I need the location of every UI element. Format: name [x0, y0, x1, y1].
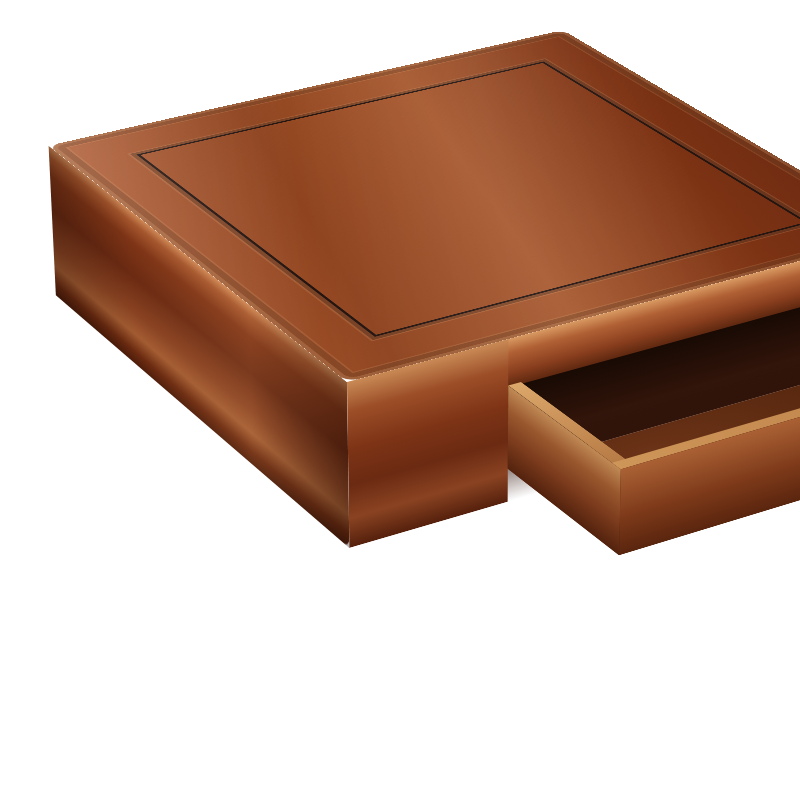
chess-box — [49, 30, 800, 382]
perspective-wrapper — [0, 0, 800, 800]
product-photo — [0, 0, 800, 800]
drawer-wall-left — [508, 386, 621, 556]
